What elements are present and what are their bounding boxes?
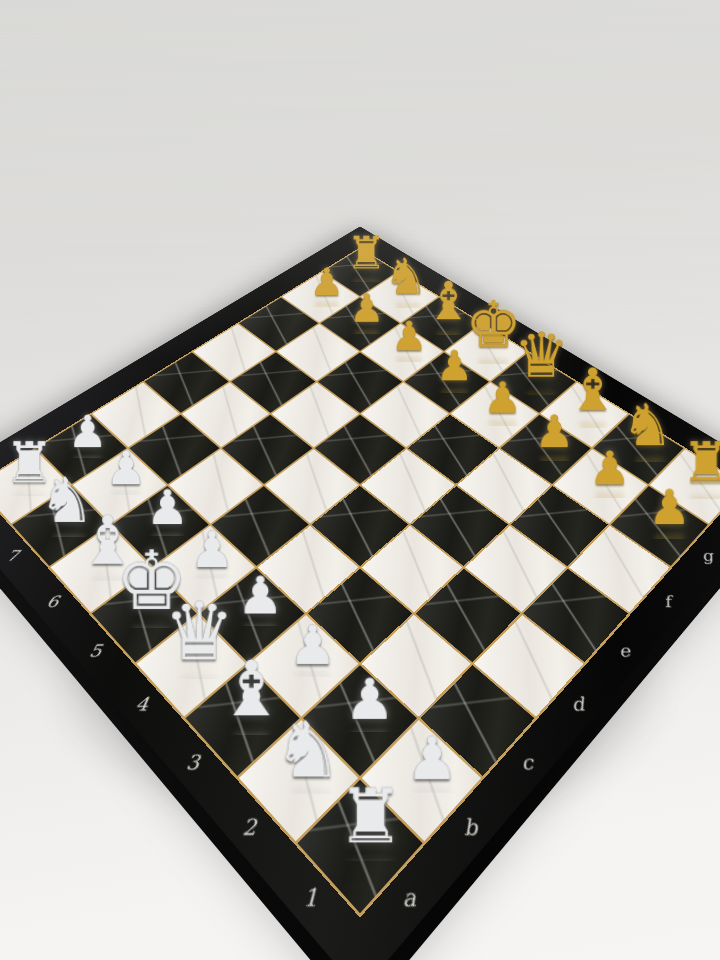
product-photo-chess-set: { "game": "chess", "scene": { "descripti… — [0, 0, 720, 960]
piece-gold-pawn-g1: ♟ — [634, 483, 703, 531]
file-label-a: a — [402, 883, 416, 912]
file-label-f: f — [662, 592, 673, 611]
chess-board: ♜♟♟♜♞♟♟♞♝♟♟♝♚♟♟♚♛♟♟♛♝♟♟♝♞♟♟♞♜♟♟♜ abcdefg… — [0, 226, 720, 960]
file-label-b: b — [463, 814, 479, 840]
board-frame: ♜♟♟♜♞♟♟♞♝♟♟♝♚♟♟♚♛♟♟♛♝♟♟♝♞♟♟♞♜♟♟♜ abcdefg… — [0, 226, 720, 960]
rank-label-2: 2 — [241, 814, 257, 840]
file-label-c: c — [520, 751, 534, 775]
rank-label-7: 7 — [5, 547, 21, 564]
piece-gold-pawn-g2: ♟ — [576, 445, 642, 491]
file-label-d: d — [570, 693, 586, 715]
piece-silver-rook-a1: ♜ — [326, 778, 415, 854]
file-label-g: g — [699, 547, 715, 564]
photo-scene: ♜♟♟♜♞♟♟♞♝♟♟♝♚♟♟♚♛♟♟♛♝♟♟♝♞♟♟♞♜♟♟♜ abcdefg… — [0, 0, 720, 960]
rank-label-3: 3 — [185, 751, 201, 775]
rank-label-1: 1 — [303, 883, 318, 912]
rank-label-4: 4 — [134, 693, 150, 715]
rank-label-6: 6 — [45, 592, 61, 611]
square-g1: ♟ — [611, 486, 708, 566]
rank-label-5: 5 — [87, 640, 103, 660]
file-label-e: e — [617, 640, 632, 660]
